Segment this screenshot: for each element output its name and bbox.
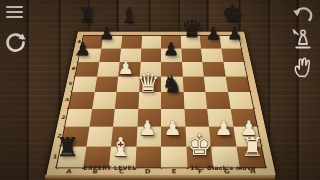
square-d7[interactable] <box>140 48 161 62</box>
piece-white-pawn[interactable]: ♟ <box>138 118 156 138</box>
piece-white-pawn[interactable]: ♟ <box>214 118 232 138</box>
chess-app-screen: ABCDEFGH 87654321 ♜♝♚♟♛♟♟♟♟♟♛♞♟♟♟♟♜♝♚♜ E… <box>0 0 320 180</box>
square-a4[interactable] <box>69 92 95 109</box>
piece-white-queen[interactable]: ♛ <box>136 70 160 96</box>
square-b4[interactable] <box>92 92 117 109</box>
board-edge-face <box>45 175 275 180</box>
square-g7[interactable] <box>201 48 223 62</box>
square-g4[interactable] <box>205 92 230 109</box>
hand-icon <box>291 55 314 79</box>
square-g5[interactable] <box>204 76 228 92</box>
circular-arrow-icon <box>4 31 27 54</box>
undo-arrow-icon <box>292 4 315 23</box>
square-h7[interactable] <box>221 48 244 62</box>
hint-button[interactable] <box>290 27 316 53</box>
piece-white-pawn[interactable]: ♟ <box>164 118 182 138</box>
square-a3[interactable] <box>65 109 92 127</box>
piece-black-pawn[interactable]: ♟ <box>206 25 221 42</box>
rank-label-6: 6 <box>70 67 76 71</box>
square-b6[interactable] <box>97 62 120 76</box>
piece-black-pawn[interactable]: ♟ <box>163 41 179 59</box>
piece-pencil-icon <box>290 27 316 53</box>
piece-black-bishop[interactable]: ♝ <box>120 5 138 25</box>
rank-label-3: 3 <box>60 115 67 120</box>
piece-black-pawn[interactable]: ♟ <box>75 41 91 59</box>
undo-button[interactable] <box>292 4 315 23</box>
piece-black-pawn[interactable]: ♟ <box>227 25 242 42</box>
piece-black-rook[interactable]: ♜ <box>56 135 79 161</box>
square-f7[interactable] <box>181 48 202 62</box>
square-b3[interactable] <box>89 109 115 127</box>
square-d8[interactable] <box>141 36 161 49</box>
square-c3[interactable] <box>113 109 138 127</box>
square-f3[interactable] <box>184 109 209 127</box>
level-label: EXPERT LEVEL <box>68 164 152 171</box>
piece-black-queen[interactable]: ♛ <box>181 18 202 42</box>
square-f6[interactable] <box>182 62 204 76</box>
piece-black-knight[interactable]: ♞ <box>161 73 182 96</box>
rank-label-4: 4 <box>64 97 71 102</box>
square-c8[interactable] <box>121 36 142 49</box>
piece-white-pawn[interactable]: ♟ <box>118 59 134 77</box>
square-c4[interactable] <box>115 92 139 109</box>
rank-label-5: 5 <box>67 81 74 86</box>
piece-black-pawn[interactable]: ♟ <box>99 25 114 42</box>
square-g6[interactable] <box>202 62 225 76</box>
square-f4[interactable] <box>183 92 207 109</box>
restart-button[interactable] <box>4 31 27 54</box>
square-h5[interactable] <box>225 76 250 92</box>
piece-white-king[interactable]: ♚ <box>186 131 212 161</box>
square-h6[interactable] <box>223 62 247 76</box>
piece-white-bishop[interactable]: ♝ <box>109 135 132 161</box>
piece-black-rook[interactable]: ♜ <box>79 5 97 25</box>
move-status-label: 16 . Black's move <box>181 164 265 171</box>
square-f5[interactable] <box>182 76 205 92</box>
menu-button[interactable] <box>6 6 24 20</box>
piece-white-rook[interactable]: ♜ <box>241 135 264 161</box>
square-a5[interactable] <box>72 76 97 92</box>
square-b5[interactable] <box>94 76 118 92</box>
square-a6[interactable] <box>75 62 99 76</box>
hand-button[interactable] <box>291 55 314 79</box>
